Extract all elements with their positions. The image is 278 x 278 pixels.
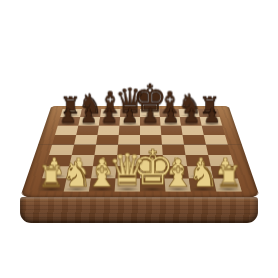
piece-shadow bbox=[90, 187, 113, 192]
fold-seam bbox=[38, 144, 242, 145]
square-g8: ♞ bbox=[179, 109, 200, 117]
piece-shadow bbox=[81, 114, 100, 117]
square-c1: ♝ bbox=[89, 178, 115, 191]
square-e7: ♟ bbox=[140, 117, 161, 126]
square-e2: ♟ bbox=[140, 166, 164, 178]
piece-shadow bbox=[189, 174, 212, 178]
square-f4 bbox=[162, 145, 186, 155]
piece-dark-knight: ♞ bbox=[78, 92, 102, 117]
square-a4 bbox=[49, 145, 74, 155]
piece-shadow bbox=[59, 123, 78, 126]
square-f3 bbox=[163, 155, 187, 166]
piece-dark-bishop: ♝ bbox=[156, 89, 183, 116]
square-e4 bbox=[140, 145, 163, 155]
piece-shadow bbox=[166, 187, 189, 192]
square-f5 bbox=[161, 135, 184, 145]
square-a6 bbox=[55, 126, 78, 135]
piece-shadow bbox=[180, 114, 199, 117]
piece-shadow bbox=[100, 123, 119, 126]
piece-shadow bbox=[61, 114, 80, 117]
piece-dark-bishop: ♝ bbox=[97, 89, 124, 116]
square-h5 bbox=[204, 135, 228, 145]
square-a7: ♟ bbox=[58, 117, 80, 126]
square-h8: ♜ bbox=[198, 109, 220, 117]
chessboard-scene: ♜♞♝♛♚♝♞♜♟♟♟♟♟♟♟♟♟♟♟♟♟♟♟♟♜♞♝♛♚♝♞♜ bbox=[38, 30, 242, 260]
square-a1: ♜ bbox=[38, 178, 66, 191]
piece-dark-pawn: ♟ bbox=[162, 107, 180, 125]
square-h4 bbox=[206, 145, 231, 155]
piece-shadow bbox=[120, 123, 139, 126]
piece-shadow bbox=[161, 114, 179, 117]
square-d1: ♛ bbox=[115, 178, 140, 191]
piece-dark-pawn: ♟ bbox=[203, 107, 221, 125]
piece-shadow bbox=[182, 123, 201, 126]
piece-shadow bbox=[65, 187, 89, 192]
piece-dark-pawn: ♟ bbox=[141, 107, 159, 125]
piece-shadow bbox=[141, 123, 160, 126]
square-g5 bbox=[182, 135, 205, 145]
chessboard-frame: ♜♞♝♛♚♝♞♜♟♟♟♟♟♟♟♟♟♟♟♟♟♟♟♟♜♞♝♛♚♝♞♜ bbox=[20, 106, 260, 198]
piece-shadow bbox=[92, 174, 115, 178]
square-b1: ♞ bbox=[64, 178, 91, 191]
square-a5 bbox=[52, 135, 76, 145]
square-g2: ♟ bbox=[187, 166, 213, 178]
piece-dark-king: ♚ bbox=[133, 82, 167, 117]
piece-shadow bbox=[200, 114, 219, 117]
piece-shadow bbox=[141, 187, 164, 192]
piece-dark-knight: ♞ bbox=[178, 92, 202, 117]
piece-shadow bbox=[202, 123, 221, 126]
square-h2: ♟ bbox=[211, 166, 238, 178]
square-e3 bbox=[140, 155, 164, 166]
square-e6 bbox=[140, 126, 161, 135]
square-a2: ♟ bbox=[42, 166, 69, 178]
square-g7: ♟ bbox=[180, 117, 202, 126]
square-h6 bbox=[202, 126, 225, 135]
piece-dark-rook: ♜ bbox=[199, 95, 220, 117]
piece-dark-pawn: ♟ bbox=[59, 107, 77, 125]
square-c2: ♟ bbox=[91, 166, 116, 178]
square-b8: ♞ bbox=[80, 109, 101, 117]
square-f1: ♝ bbox=[164, 178, 190, 191]
square-d6 bbox=[119, 126, 140, 135]
piece-dark-pawn: ♟ bbox=[183, 107, 201, 125]
square-b5 bbox=[74, 135, 97, 145]
piece-dark-queen: ♛ bbox=[115, 85, 146, 117]
piece-shadow bbox=[141, 174, 163, 178]
square-b3 bbox=[69, 155, 94, 166]
piece-shadow bbox=[43, 174, 66, 178]
piece-dark-rook: ♜ bbox=[60, 95, 81, 117]
piece-shadow bbox=[214, 174, 237, 178]
square-c5 bbox=[96, 135, 119, 145]
square-c3 bbox=[93, 155, 117, 166]
piece-shadow bbox=[141, 114, 159, 117]
piece-dark-pawn: ♟ bbox=[100, 107, 118, 125]
square-h1: ♜ bbox=[213, 178, 241, 191]
square-c4 bbox=[95, 145, 119, 155]
square-b4 bbox=[72, 145, 96, 155]
square-e8: ♚ bbox=[140, 109, 160, 117]
square-d7: ♟ bbox=[119, 117, 140, 126]
piece-dark-pawn: ♟ bbox=[80, 107, 98, 125]
square-a3 bbox=[46, 155, 72, 166]
piece-shadow bbox=[121, 114, 139, 117]
square-a8: ♜ bbox=[60, 109, 82, 117]
piece-shadow bbox=[116, 187, 139, 192]
piece-shadow bbox=[191, 187, 215, 192]
square-f2: ♟ bbox=[164, 166, 189, 178]
square-f6 bbox=[161, 126, 183, 135]
board-grid: ♜♞♝♛♚♝♞♜♟♟♟♟♟♟♟♟♟♟♟♟♟♟♟♟♜♞♝♛♚♝♞♜ bbox=[38, 109, 242, 192]
square-e1: ♚ bbox=[140, 178, 165, 191]
square-g4 bbox=[184, 145, 208, 155]
piece-shadow bbox=[39, 187, 63, 192]
square-d8: ♛ bbox=[120, 109, 140, 117]
square-b2: ♟ bbox=[67, 166, 93, 178]
square-b6 bbox=[76, 126, 99, 135]
piece-shadow bbox=[165, 174, 188, 178]
piece-dark-pawn: ♟ bbox=[121, 107, 139, 125]
piece-shadow bbox=[161, 123, 180, 126]
square-h3 bbox=[208, 155, 234, 166]
piece-shadow bbox=[216, 187, 240, 192]
photo-stage: ♜♞♝♛♚♝♞♜♟♟♟♟♟♟♟♟♟♟♟♟♟♟♟♟♜♞♝♛♚♝♞♜ bbox=[0, 0, 278, 278]
square-f8: ♝ bbox=[159, 109, 180, 117]
piece-shadow bbox=[79, 123, 98, 126]
square-b7: ♟ bbox=[78, 117, 100, 126]
square-e5 bbox=[140, 135, 162, 145]
piece-shadow bbox=[101, 114, 119, 117]
square-g1: ♞ bbox=[189, 178, 216, 191]
square-f7: ♟ bbox=[160, 117, 181, 126]
square-d4 bbox=[117, 145, 140, 155]
board-box-front bbox=[20, 197, 258, 223]
square-h7: ♟ bbox=[200, 117, 222, 126]
square-d3 bbox=[116, 155, 140, 166]
square-g6 bbox=[181, 126, 204, 135]
piece-shadow bbox=[68, 174, 91, 178]
piece-shadow bbox=[117, 174, 139, 178]
square-d5 bbox=[118, 135, 140, 145]
square-c6 bbox=[98, 126, 120, 135]
square-c8: ♝ bbox=[100, 109, 121, 117]
square-g3 bbox=[185, 155, 210, 166]
square-d2: ♟ bbox=[116, 166, 140, 178]
square-c7: ♟ bbox=[99, 117, 120, 126]
